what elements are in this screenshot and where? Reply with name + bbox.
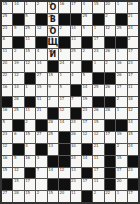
clue-number: 12 [25,61,30,65]
cell-r3c2[interactable]: 5 [13,26,23,37]
cell-r1c7[interactable]: 17 [71,2,81,13]
clue-number: 15 [3,168,8,172]
cell-r11c3[interactable]: 2 [25,120,35,131]
clue-number: 21 [94,144,99,148]
cell-r6c1[interactable]: 20 [2,61,12,72]
cell-r12c2[interactable]: 6 [13,132,23,143]
blocked-cell [116,120,126,131]
cell-r9c6[interactable]: 17 [59,97,69,108]
cell-r14c9[interactable]: 11 [93,156,103,167]
clue-number: 13 [71,168,76,172]
clue-number: 20 [3,61,8,65]
cell-r8c12[interactable]: 11 [128,85,138,96]
clue-number: 20 [60,191,65,195]
cell-r9c12[interactable]: 18 [128,97,138,108]
cell-r2c12[interactable]: 21 [128,14,138,25]
blocked-cell [105,37,115,48]
clue-number: 5 [14,156,16,160]
clue-number: 2 [60,26,62,30]
cell-r3c8[interactable]: 5 [82,26,92,37]
clue-number: 4 [25,144,27,148]
cell-r3c10[interactable]: 12 [105,26,115,37]
blocked-cell [93,14,103,25]
cell-r7c6[interactable]: 1 [59,73,69,84]
clue-number: 1 [25,2,27,6]
blocked-cell [36,144,46,155]
blocked-cell [93,73,103,84]
blocked-cell [48,108,58,119]
blocked-cell [13,120,23,131]
cell-r9c5[interactable]: 2 [48,97,58,108]
cell-r9c7[interactable]: 7 [71,97,81,108]
cell-r1c11[interactable]: 1 [116,2,126,13]
clue-number: 1 [117,191,119,195]
cell-r10c4[interactable]: 21 [36,108,46,119]
cell-r9c4[interactable]: 11 [36,97,46,108]
clue-number: 9 [71,61,73,65]
clue-number: 13 [71,37,76,41]
clue-number: 11 [128,85,133,89]
clue-number: 14 [82,85,87,89]
cell-r13c12[interactable]: 24 [128,144,138,155]
cell-r6c6[interactable]: 24 [59,61,69,72]
clue-number: 16 [3,156,8,160]
blocked-cell [116,14,126,25]
cell-r5c9[interactable]: 23 [93,49,103,60]
clue-number: 14 [82,156,87,160]
cell-r7c4[interactable]: 27 [36,73,46,84]
cell-r15c5[interactable]: 14 [48,168,58,179]
clue-number: 21 [37,108,42,112]
cell-r4c5[interactable]: 13Щ [48,37,58,48]
cell-r5c7[interactable]: 25 [71,49,81,60]
clue-number: 17 [128,49,133,53]
blocked-cell [116,37,126,48]
blocked-cell [59,179,69,190]
cell-r16c3[interactable]: 17 [25,179,35,190]
clue-number: 25 [48,132,53,136]
cell-r16c9[interactable]: 11 [93,179,103,190]
clue-number: 19 [82,97,87,101]
cell-r16c8[interactable]: 17 [82,179,92,190]
clue-number: 17 [117,168,122,172]
clue-number: 15 [94,2,99,6]
cell-r17c1[interactable]: 27 [2,191,12,202]
clue-number: 23 [82,108,87,112]
cell-r2c10[interactable]: 2 [105,14,115,25]
clue-number: 15 [37,85,42,89]
clue-number: 14 [60,120,65,124]
clue-number: 1 [94,61,96,65]
clue-number: 5 [25,14,27,18]
cell-r17c6[interactable]: 20 [59,191,69,202]
cell-r15c9[interactable]: 17 [93,168,103,179]
clue-number: 25 [25,26,30,30]
clue-number: 2 [128,37,130,41]
cell-r1c9[interactable]: 15 [93,2,103,13]
cell-r12c7[interactable]: 26 [71,132,81,143]
blocked-cell [25,168,35,179]
blocked-cell [105,120,115,131]
blocked-cell [128,156,138,167]
clue-number: 14 [71,26,76,30]
blocked-cell [25,73,35,84]
blocked-cell [82,61,92,72]
cell-r7c11[interactable]: 26 [116,73,126,84]
cell-r6c10[interactable]: 2 [105,61,115,72]
cell-r11c12[interactable]: 14 [128,120,138,131]
blocked-cell [82,168,92,179]
cell-letter: И [48,49,58,60]
clue-number: 28 [14,191,19,195]
cell-r17c4[interactable]: 2 [36,191,46,202]
cell-r6c12[interactable]: 23 [128,61,138,72]
cell-r15c12[interactable]: 23 [128,168,138,179]
blocked-cell [36,120,46,131]
clue-number: 15 [25,49,30,53]
clue-number: 23 [71,179,76,183]
cell-r1c5[interactable]: 15О [48,2,58,13]
clue-number: 27 [3,191,8,195]
cell-r12c3[interactable]: 15 [25,132,35,143]
cell-r2c1[interactable]: 25 [2,14,12,25]
cell-r17c7[interactable]: 11 [71,191,81,202]
cell-r8c2[interactable]: 14 [13,85,23,96]
clue-number: 20 [117,179,122,183]
cell-r17c3[interactable]: 15 [25,191,35,202]
cell-r8c4[interactable]: 15 [36,85,46,96]
cell-r2c5[interactable]: 20В [48,14,58,25]
clue-number: 25 [71,49,76,53]
cell-r7c2[interactable]: 12 [13,73,23,84]
clue-number: 12 [128,108,133,112]
cell-r1c6[interactable]: 16 [59,2,69,13]
cell-r14c8[interactable]: 14 [82,156,92,167]
cell-r10c12[interactable]: 12 [128,108,138,119]
cell-r4c9[interactable]: 17 [93,37,103,48]
clue-number: 12 [14,168,19,172]
cell-r17c9[interactable]: 2 [93,191,103,202]
cell-r10c9[interactable]: 26 [93,108,103,119]
clue-number: 24 [128,144,133,148]
cell-r9c11[interactable]: 2 [116,97,126,108]
clue-number: 15 [25,191,30,195]
blocked-cell [105,156,115,167]
clue-number: 23 [94,49,99,53]
clue-number: 10 [71,144,76,148]
cell-r1c1[interactable]: 15 [2,2,12,13]
cell-r17c10[interactable]: 22 [105,191,115,202]
cell-r3c11[interactable]: 25 [116,26,126,37]
cell-r12c12[interactable]: 15 [128,132,138,143]
clue-number: 26 [128,2,133,6]
cell-r15c1[interactable]: 15 [2,168,12,179]
clue-number: 4 [37,49,39,53]
clue-number: 2 [105,14,107,18]
cell-r11c7[interactable]: 24 [71,120,81,131]
cell-r4c12[interactable]: 2 [128,37,138,48]
clue-number: 16 [117,61,122,65]
cell-r8c8[interactable]: 14 [82,85,92,96]
clue-number: 17 [82,179,87,183]
clue-number: 12 [82,132,87,136]
cell-r8c10[interactable]: 26 [105,85,115,96]
clue-number: 14 [37,61,42,65]
cell-r10c8[interactable]: 23 [82,108,92,119]
cell-r2c3[interactable]: 5 [25,14,35,25]
cell-r5c12[interactable]: 17 [128,49,138,60]
clue-number: 15 [3,2,8,6]
cell-r12c1[interactable]: 23 [2,132,12,143]
clue-number: 25 [14,108,19,112]
cell-r8c11[interactable]: 17 [116,85,126,96]
cell-r8c6[interactable]: 5 [59,85,69,96]
cell-r12c8[interactable]: 12 [82,132,92,143]
blocked-cell [48,61,58,72]
cell-r7c5[interactable]: 15 [48,73,58,84]
cell-r1c10[interactable]: 20 [105,2,115,13]
cell-r8c5[interactable]: 9 [48,85,58,96]
clue-number: 2 [25,120,27,124]
clue-number: 16 [3,85,8,89]
clue-number: 25 [82,14,87,18]
clue-number: 4 [82,2,84,6]
cell-r4c3[interactable]: 11 [25,37,35,48]
cell-r11c5[interactable]: 28 [48,120,58,131]
clue-number: 14 [14,2,19,6]
clue-number: 23 [3,26,8,30]
cell-r8c1[interactable]: 16 [2,85,12,96]
blocked-cell [59,14,69,25]
cell-r11c9[interactable]: 15 [93,120,103,131]
cell-r13c5[interactable]: 13 [48,144,58,155]
clue-number: 4 [71,73,73,77]
clue-number: 6 [14,132,16,136]
cell-r3c7[interactable]: 14 [71,26,81,37]
cell-r15c7[interactable]: 13 [71,168,81,179]
cell-r10c10[interactable]: 28 [105,108,115,119]
clue-number: 25 [94,85,99,89]
cell-r5c8[interactable]: 2 [82,49,92,60]
clue-number: 17 [71,2,76,6]
clue-number: 14 [48,168,53,172]
cell-r5c11[interactable]: 1 [116,49,126,60]
clue-number: 8 [3,37,5,41]
cell-r11c1[interactable]: 5 [2,120,12,131]
cell-r15c4[interactable]: 7 [36,168,46,179]
clue-number: 11 [71,191,76,195]
blocked-cell [59,132,69,143]
cell-r3c9[interactable]: 1 [93,26,103,37]
clue-number: 15 [94,120,99,124]
cell-r16c2[interactable]: 15 [13,179,23,190]
cell-r3c3[interactable]: 25 [25,26,35,37]
cell-r7c8[interactable]: 5 [82,73,92,84]
cell-r6c3[interactable]: 12 [25,61,35,72]
cell-r3c12[interactable]: 24 [128,26,138,37]
clue-number: 12 [60,108,65,112]
clue-number: 28 [14,97,19,101]
clue-number: 15 [25,132,30,136]
clue-number: 12 [105,26,110,30]
cell-r5c2[interactable]: 2 [13,49,23,60]
cell-r12c9[interactable]: 12 [93,132,103,143]
cell-r4c1[interactable]: 8 [2,37,12,48]
cell-r1c3[interactable]: 1 [25,2,35,13]
cell-r17c5[interactable]: 15 [48,191,58,202]
cell-r14c1[interactable]: 16 [2,156,12,167]
blocked-cell [82,37,92,48]
clue-number: 17 [60,97,65,101]
cell-r13c11[interactable]: 2 [116,144,126,155]
clue-number: 5 [60,85,62,89]
cell-r16c11[interactable]: 20 [116,179,126,190]
blocked-cell [128,179,138,190]
cell-r13c1[interactable]: 12 [2,144,12,155]
cell-r11c8[interactable]: 17 [82,120,92,131]
blocked-cell [105,97,115,108]
cell-r1c2[interactable]: 14 [13,2,23,13]
cell-r1c4[interactable]: 2 [36,2,46,13]
cell-r3c1[interactable]: 23 [2,26,12,37]
cell-r13c3[interactable]: 4 [25,144,35,155]
cell-r6c9[interactable]: 1 [93,61,103,72]
cell-r6c4[interactable]: 14 [36,61,46,72]
cell-r13c9[interactable]: 21 [93,144,103,155]
cell-r12c10[interactable]: 17 [105,132,115,143]
cell-r14c7[interactable]: 24 [71,156,81,167]
clue-number: 26 [117,73,122,77]
blocked-cell [71,85,81,96]
cell-r12c4[interactable]: 27 [36,132,46,143]
cell-r17c2[interactable]: 28 [13,191,23,202]
cell-r8c9[interactable]: 25 [93,85,103,96]
clue-number: 17 [105,132,110,136]
clue-number: 24 [71,120,76,124]
cell-r14c3[interactable]: 16 [25,156,35,167]
clue-number: 15 [48,191,53,195]
cell-r14c2[interactable]: 5 [13,156,23,167]
cell-r10c2[interactable]: 25 [13,108,23,119]
cell-r13c7[interactable]: 10 [71,144,81,155]
clue-number: 2 [48,97,50,101]
clue-number: 15 [14,179,19,183]
crossword-grid: 15141215О16174152012625520В2522123525122… [0,0,140,204]
blocked-cell [105,168,115,179]
clue-number: 16 [25,156,30,160]
clue-number: 17 [128,191,133,195]
cell-r10c3[interactable]: 11 [25,108,35,119]
cell-r6c11[interactable]: 16 [116,61,126,72]
cell-r16c4[interactable] [36,179,46,190]
cell-r5c1[interactable]: 11 [2,49,12,60]
cell-r5c10[interactable]: 26 [105,49,115,60]
clue-number: 15 [117,156,122,160]
clue-number: 24 [128,26,133,30]
cell-r9c2[interactable]: 28 [13,97,23,108]
cell-letter: В [48,14,58,25]
cell-r9c8[interactable]: 19 [82,97,92,108]
clue-number: 26 [94,108,99,112]
clue-number: 15 [48,73,53,77]
clue-number: 1 [117,49,119,53]
cell-r3c5[interactable]: 25О [48,26,58,37]
cell-r2c8[interactable]: 25 [82,14,92,25]
cell-r14c4[interactable]: 3 [36,156,46,167]
cell-r17c11[interactable]: 1 [116,191,126,202]
clue-number: 19 [117,132,122,136]
clue-number: 14 [14,85,19,89]
cell-r6c2[interactable]: 19 [13,61,23,72]
cell-r12c5[interactable]: 25 [48,132,58,143]
cell-r14c11[interactable]: 15 [116,156,126,167]
cell-r11c6[interactable]: 14 [59,120,69,131]
clue-number: 20 [105,2,110,6]
blocked-cell [59,37,69,48]
clue-number: 18 [128,97,133,101]
cell-r7c12[interactable]: 17 [128,73,138,84]
blocked-cell [48,156,58,167]
cell-r7c7[interactable]: 4 [71,73,81,84]
clue-number: 11 [37,97,42,101]
cell-r7c1[interactable]: 22 [2,73,12,84]
cell-r10c11[interactable]: 1 [116,108,126,119]
cell-r15c11[interactable]: 17 [116,168,126,179]
cell-r15c6[interactable]: 12 [59,168,69,179]
cell-r3c6[interactable]: 2 [59,26,69,37]
clue-number: 21 [128,14,133,18]
cell-r5c5[interactable]: 14И [48,49,58,60]
clue-number: 5 [14,26,16,30]
clue-number: 1 [117,2,119,6]
clue-number: 17 [94,168,99,172]
blocked-cell [93,97,103,108]
blocked-cell [105,179,115,190]
clue-number: 25 [3,14,8,18]
cell-r17c12[interactable]: 17 [128,191,138,202]
clue-number: 23 [128,168,133,172]
cell-r12c11[interactable]: 19 [116,132,126,143]
cell-r1c12[interactable]: 26 [128,2,138,13]
clue-number: 5 [82,73,84,77]
blocked-cell [71,14,81,25]
cell-r10c6[interactable]: 12 [59,108,69,119]
cell-r10c1[interactable]: 16 [2,108,12,119]
blocked-cell [13,37,23,48]
clue-number: 28 [48,120,53,124]
cell-r4c7[interactable]: 13 [71,37,81,48]
clue-number: 28 [105,108,110,112]
cell-r16c7[interactable]: 23 [71,179,81,190]
clue-number: 1 [94,26,96,30]
blocked-cell [25,97,35,108]
cell-r5c4[interactable]: 4 [36,49,46,60]
cell-r15c2[interactable]: 12 [13,168,23,179]
clue-number: 2 [94,191,96,195]
clue-number: 12 [37,26,42,30]
clue-number: 2 [117,97,119,101]
cell-r5c3[interactable]: 15 [25,49,35,60]
blocked-cell [82,191,92,202]
cell-r8c3[interactable]: 1 [25,85,35,96]
cell-r3c4[interactable]: 12 [36,26,46,37]
cell-letter: О [48,26,58,37]
cell-r5c6[interactable]: 1 [59,49,69,60]
blocked-cell [36,14,46,25]
clue-number: 11 [25,37,30,41]
cell-r1c8[interactable]: 4 [82,2,92,13]
cell-r6c7[interactable]: 9 [71,61,81,72]
